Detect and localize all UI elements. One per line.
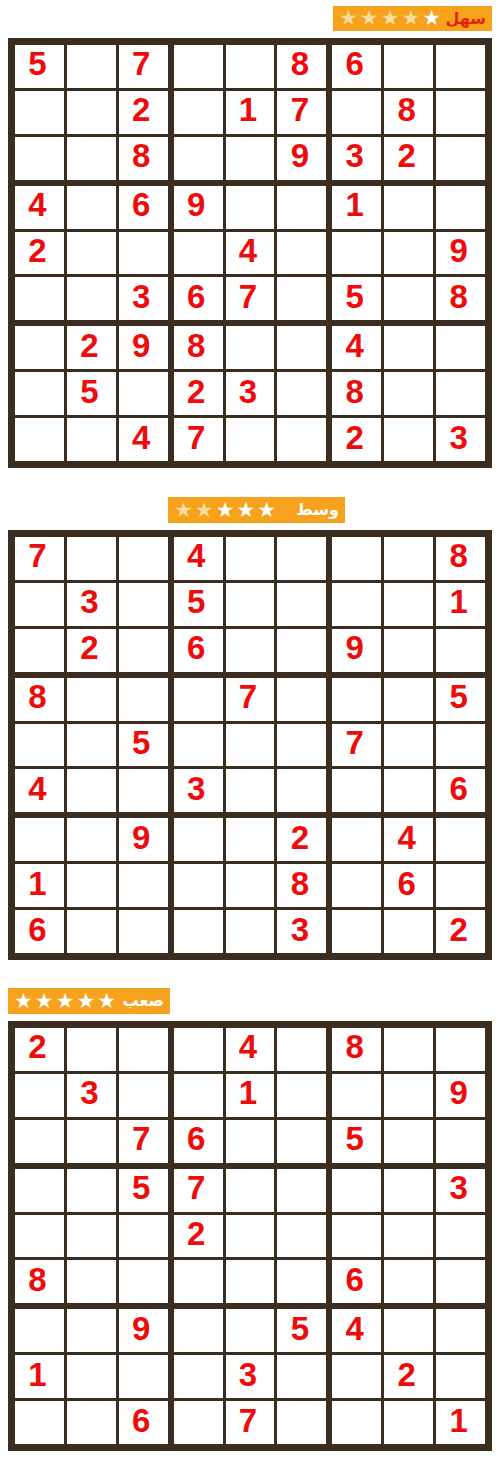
sudoku-box: 283: [174, 818, 327, 953]
cell-r7c1[interactable]: [15, 1309, 64, 1352]
difficulty-banner-easy: ★★★★★ سهل: [333, 6, 492, 31]
cell-r6c2[interactable]: [67, 769, 116, 812]
cell-r5c6[interactable]: [277, 1215, 326, 1258]
cell-r4c8[interactable]: [384, 678, 433, 721]
sudoku-box: 732: [15, 537, 168, 672]
cell-r6c4: 3: [174, 769, 223, 812]
sudoku-box: 895: [332, 1028, 485, 1163]
sudoku-box: 9467: [174, 186, 327, 321]
cell-r6c1: 8: [15, 1260, 64, 1303]
sudoku-box: 916: [15, 818, 168, 953]
cell-r8c2: 5: [67, 372, 116, 415]
cell-r2c3: 2: [119, 91, 168, 134]
cell-r7c1[interactable]: [15, 818, 64, 861]
sudoku-box: 8179: [174, 45, 327, 180]
cell-r5c9[interactable]: [436, 724, 485, 767]
cell-r4c9[interactable]: [436, 186, 485, 229]
cell-r6c8[interactable]: [384, 277, 433, 320]
cell-r1c2[interactable]: [67, 537, 116, 580]
cell-r8c3[interactable]: [119, 1355, 168, 1398]
star-filled-icon: ★: [14, 991, 33, 1012]
cell-r9c6: 3: [277, 910, 326, 953]
cell-r3c2: 2: [67, 629, 116, 672]
cell-r3c9[interactable]: [436, 629, 485, 672]
cell-r5c6[interactable]: [277, 232, 326, 275]
cell-r9c8[interactable]: [384, 1401, 433, 1444]
cell-r7c5[interactable]: [226, 1309, 275, 1352]
cell-r3c8: 2: [384, 137, 433, 180]
cell-r8c3[interactable]: [119, 864, 168, 907]
cell-r5c9: 9: [436, 232, 485, 275]
cell-r1c2[interactable]: [67, 1028, 116, 1071]
cell-r8c9[interactable]: [436, 1355, 485, 1398]
cell-r1c5[interactable]: [226, 45, 275, 88]
cell-r4c2[interactable]: [67, 1169, 116, 1212]
cell-r5c3: 5: [119, 724, 168, 767]
cell-r8c6[interactable]: [277, 372, 326, 415]
cell-r4c4: 9: [174, 186, 223, 229]
cell-r9c3[interactable]: [119, 910, 168, 953]
cell-r2c9[interactable]: [436, 91, 485, 134]
sudoku-box: 2954: [15, 326, 168, 461]
cell-r3c3: 7: [119, 1120, 168, 1163]
cell-r6c5: 7: [226, 277, 275, 320]
cell-r5c1: 2: [15, 232, 64, 275]
sudoku-box: 4623: [15, 186, 168, 321]
cell-r9c6[interactable]: [277, 1401, 326, 1444]
sudoku-box: 36: [332, 1169, 485, 1304]
star-filled-icon: ★: [422, 8, 441, 29]
cell-r7c6: 5: [277, 1309, 326, 1352]
cell-r5c1[interactable]: [15, 724, 64, 767]
sudoku-box: 854: [15, 678, 168, 813]
cell-r9c5[interactable]: [226, 418, 275, 461]
cell-r7c5[interactable]: [226, 326, 275, 369]
cell-r6c6[interactable]: [277, 769, 326, 812]
cell-r4c3: 5: [119, 1169, 168, 1212]
star-empty-icon: ★: [195, 500, 214, 521]
cell-r2c2: 3: [67, 583, 116, 626]
star-empty-icon: ★: [360, 8, 379, 29]
sudoku-box: 916: [15, 1309, 168, 1444]
cell-r2c7[interactable]: [332, 91, 381, 134]
cell-r1c3[interactable]: [119, 537, 168, 580]
cell-r1c9[interactable]: [436, 1028, 485, 1071]
cell-r1c8[interactable]: [384, 45, 433, 88]
cell-r4c5[interactable]: [226, 1169, 275, 1212]
cell-r4c6[interactable]: [277, 186, 326, 229]
sudoku-box: 73: [174, 678, 327, 813]
cell-r7c2: 2: [67, 326, 116, 369]
cell-r8c2[interactable]: [67, 864, 116, 907]
cell-r8c4[interactable]: [174, 1355, 223, 1398]
cell-r9c4[interactable]: [174, 910, 223, 953]
cell-r7c3: 9: [119, 326, 168, 369]
cell-r6c2[interactable]: [67, 277, 116, 320]
cell-r1c4[interactable]: [174, 1028, 223, 1071]
cell-r7c7: 4: [332, 1309, 381, 1352]
cell-r6c7: 6: [332, 1260, 381, 1303]
cell-r7c1[interactable]: [15, 326, 64, 369]
cell-r5c9[interactable]: [436, 1215, 485, 1258]
cell-r1c8[interactable]: [384, 1028, 433, 1071]
cell-r9c1: 6: [15, 910, 64, 953]
sudoku-board-medium: 73245681985473576916283462: [8, 530, 492, 960]
sudoku-box: 6832: [332, 45, 485, 180]
cell-r3c2[interactable]: [67, 137, 116, 180]
sudoku-box: 1958: [332, 186, 485, 321]
cell-r2c5: 1: [226, 1074, 275, 1117]
cell-r1c5[interactable]: [226, 537, 275, 580]
cell-r5c4[interactable]: [174, 724, 223, 767]
cell-r8c8[interactable]: [384, 372, 433, 415]
cell-r1c6: 8: [277, 45, 326, 88]
cell-r3c6[interactable]: [277, 629, 326, 672]
cell-r2c7[interactable]: [332, 583, 381, 626]
cell-r5c4: 2: [174, 1215, 223, 1258]
cell-r9c5: 7: [226, 1401, 275, 1444]
cell-r2c1[interactable]: [15, 91, 64, 134]
cell-r4c4[interactable]: [174, 678, 223, 721]
star-filled-icon: ★: [236, 500, 255, 521]
cell-r2c8: 8: [384, 91, 433, 134]
cell-r9c4: 7: [174, 418, 223, 461]
cell-r8c3[interactable]: [119, 372, 168, 415]
cell-r1c1: 2: [15, 1028, 64, 1071]
cell-r6c3: 3: [119, 277, 168, 320]
difficulty-stars-hard: ★★★★★: [14, 991, 116, 1012]
cell-r4c8[interactable]: [384, 186, 433, 229]
cell-r8c5: 3: [226, 1355, 275, 1398]
cell-r5c3[interactable]: [119, 1215, 168, 1258]
cell-r2c6[interactable]: [277, 1074, 326, 1117]
cell-r5c1[interactable]: [15, 1215, 64, 1258]
cell-r1c3[interactable]: [119, 1028, 168, 1071]
cell-r1c9: 8: [436, 537, 485, 580]
cell-r9c1[interactable]: [15, 418, 64, 461]
cell-r5c8[interactable]: [384, 232, 433, 275]
cell-r4c3: 6: [119, 186, 168, 229]
cell-r7c8[interactable]: [384, 1309, 433, 1352]
cell-r1c5: 4: [226, 1028, 275, 1071]
difficulty-stars-medium: ★★★★★: [174, 500, 276, 521]
cell-r6c8[interactable]: [384, 1260, 433, 1303]
cell-r3c9[interactable]: [436, 1120, 485, 1163]
cell-r1c8[interactable]: [384, 537, 433, 580]
cell-r8c7[interactable]: [332, 1355, 381, 1398]
cell-r7c3: 9: [119, 1309, 168, 1352]
cell-r7c4[interactable]: [174, 818, 223, 861]
cell-r3c5[interactable]: [226, 1120, 275, 1163]
cell-r5c7[interactable]: [332, 1215, 381, 1258]
star-empty-icon: ★: [174, 500, 193, 521]
sudoku-box: 72: [174, 1169, 327, 1304]
sudoku-box: 8237: [174, 326, 327, 461]
difficulty-stars-easy: ★★★★★: [339, 8, 441, 29]
cell-r3c1[interactable]: [15, 629, 64, 672]
cell-r4c7: 1: [332, 186, 381, 229]
cell-r7c7[interactable]: [332, 818, 381, 861]
cell-r8c8: 6: [384, 864, 433, 907]
cell-r7c4: 8: [174, 326, 223, 369]
cell-r3c1[interactable]: [15, 137, 64, 180]
cell-r5c8[interactable]: [384, 724, 433, 767]
difficulty-banner-medium: ★★★★★ وسط: [168, 497, 345, 523]
cell-r6c5[interactable]: [226, 1260, 275, 1303]
cell-r7c2[interactable]: [67, 818, 116, 861]
cell-r8c1[interactable]: [15, 372, 64, 415]
cell-r9c9: 1: [436, 1401, 485, 1444]
cell-r5c8[interactable]: [384, 1215, 433, 1258]
cell-r5c5[interactable]: [226, 724, 275, 767]
cell-r9c2[interactable]: [67, 1401, 116, 1444]
cell-r8c5: 3: [226, 372, 275, 415]
cell-r9c3: 4: [119, 418, 168, 461]
cell-r1c6[interactable]: [277, 1028, 326, 1071]
cell-r7c9[interactable]: [436, 1309, 485, 1352]
cell-r3c3: 8: [119, 137, 168, 180]
star-filled-icon: ★: [76, 991, 95, 1012]
cell-r2c5[interactable]: [226, 583, 275, 626]
cell-r8c9[interactable]: [436, 372, 485, 415]
cell-r2c3[interactable]: [119, 1074, 168, 1117]
cell-r1c4: 4: [174, 537, 223, 580]
cell-r6c5[interactable]: [226, 769, 275, 812]
cell-r8c9[interactable]: [436, 864, 485, 907]
cell-r2c1[interactable]: [15, 583, 64, 626]
cell-r5c2[interactable]: [67, 1215, 116, 1258]
sudoku-box: 537: [174, 1309, 327, 1444]
cell-r4c1: 4: [15, 186, 64, 229]
cell-r2c8[interactable]: [384, 583, 433, 626]
cell-r2c1[interactable]: [15, 1074, 64, 1117]
cell-r6c7: 5: [332, 277, 381, 320]
cell-r8c1: 1: [15, 864, 64, 907]
cell-r5c7[interactable]: [332, 232, 381, 275]
star-filled-icon: ★: [97, 991, 116, 1012]
cell-r1c7: 8: [332, 1028, 381, 1071]
cell-r4c4: 7: [174, 1169, 223, 1212]
star-empty-icon: ★: [339, 8, 358, 29]
cell-r4c9: 3: [436, 1169, 485, 1212]
cell-r7c6[interactable]: [277, 326, 326, 369]
cell-r3c7: 5: [332, 1120, 381, 1163]
cell-r4c9: 5: [436, 678, 485, 721]
cell-r3c2[interactable]: [67, 1120, 116, 1163]
star-filled-icon: ★: [257, 500, 276, 521]
sudoku-box: 819: [332, 537, 485, 672]
cell-r6c4: 6: [174, 277, 223, 320]
cell-r6c2[interactable]: [67, 1260, 116, 1303]
cell-r9c4[interactable]: [174, 1401, 223, 1444]
cell-r6c7[interactable]: [332, 769, 381, 812]
cell-r2c3[interactable]: [119, 583, 168, 626]
cell-r8c5[interactable]: [226, 864, 275, 907]
cell-r3c4[interactable]: [174, 137, 223, 180]
cell-r3c6[interactable]: [277, 1120, 326, 1163]
cell-r1c1: 7: [15, 537, 64, 580]
cell-r1c6[interactable]: [277, 537, 326, 580]
difficulty-banner-hard: ★★★★★ صعب: [8, 988, 170, 1014]
cell-r3c5[interactable]: [226, 629, 275, 672]
cell-r1c2[interactable]: [67, 45, 116, 88]
cell-r2c9: 1: [436, 583, 485, 626]
cell-r2c4: 5: [174, 583, 223, 626]
cell-r4c1[interactable]: [15, 1169, 64, 1212]
cell-r4c1: 8: [15, 678, 64, 721]
cell-r2c7[interactable]: [332, 1074, 381, 1117]
cell-r7c2[interactable]: [67, 1309, 116, 1352]
cell-r7c3: 9: [119, 818, 168, 861]
cell-r5c3[interactable]: [119, 232, 168, 275]
sudoku-box: 416: [174, 1028, 327, 1163]
cell-r8c4: 2: [174, 372, 223, 415]
cell-r2c2[interactable]: [67, 91, 116, 134]
sudoku-box: 5728: [15, 45, 168, 180]
cell-r8c6: 8: [277, 864, 326, 907]
cell-r3c8[interactable]: [384, 629, 433, 672]
cell-r1c9[interactable]: [436, 45, 485, 88]
cell-r6c9: 8: [436, 277, 485, 320]
cell-r8c2[interactable]: [67, 1355, 116, 1398]
cell-r4c2[interactable]: [67, 678, 116, 721]
cell-r9c3: 6: [119, 1401, 168, 1444]
cell-r2c4[interactable]: [174, 1074, 223, 1117]
cell-r5c6[interactable]: [277, 724, 326, 767]
cell-r8c4[interactable]: [174, 864, 223, 907]
cell-r2c6[interactable]: [277, 583, 326, 626]
sudoku-box: 456: [174, 537, 327, 672]
sudoku-box: 576: [332, 678, 485, 813]
cell-r5c4[interactable]: [174, 232, 223, 275]
cell-r6c1[interactable]: [15, 277, 64, 320]
cell-r9c9: 2: [436, 910, 485, 953]
cell-r7c4[interactable]: [174, 1309, 223, 1352]
cell-r7c9[interactable]: [436, 326, 485, 369]
star-filled-icon: ★: [56, 991, 75, 1012]
cell-r9c5[interactable]: [226, 910, 275, 953]
cell-r6c3[interactable]: [119, 769, 168, 812]
cell-r4c8[interactable]: [384, 1169, 433, 1212]
cell-r8c7[interactable]: [332, 864, 381, 907]
cell-r1c7[interactable]: [332, 537, 381, 580]
cell-r7c8[interactable]: [384, 326, 433, 369]
cell-r9c7: 2: [332, 418, 381, 461]
cell-r3c4: 6: [174, 1120, 223, 1163]
cell-r3c4: 6: [174, 629, 223, 672]
cell-r6c6[interactable]: [277, 277, 326, 320]
cell-r8c6[interactable]: [277, 1355, 326, 1398]
star-empty-icon: ★: [401, 8, 420, 29]
difficulty-label-medium: وسط: [296, 502, 339, 518]
cell-r9c2[interactable]: [67, 910, 116, 953]
sudoku-box: 58: [15, 1169, 168, 1304]
difficulty-label-easy: سهل: [445, 11, 486, 27]
cell-r3c7: 3: [332, 137, 381, 180]
cell-r2c6: 7: [277, 91, 326, 134]
cell-r4c6[interactable]: [277, 1169, 326, 1212]
cell-r9c7[interactable]: [332, 910, 381, 953]
star-empty-icon: ★: [381, 8, 400, 29]
sudoku-box: 4823: [332, 326, 485, 461]
cell-r9c1[interactable]: [15, 1401, 64, 1444]
cell-r5c5[interactable]: [226, 1215, 275, 1258]
cell-r4c5: 7: [226, 678, 275, 721]
cell-r6c6[interactable]: [277, 1260, 326, 1303]
cell-r9c8[interactable]: [384, 418, 433, 461]
cell-r1c1: 5: [15, 45, 64, 88]
cell-r2c4[interactable]: [174, 91, 223, 134]
cell-r2c9: 9: [436, 1074, 485, 1117]
cell-r4c3[interactable]: [119, 678, 168, 721]
cell-r3c5[interactable]: [226, 137, 275, 180]
sudoku-board-easy: 572881796832462394671958295482374823: [8, 38, 492, 468]
sudoku-box: 237: [15, 1028, 168, 1163]
cell-r4c6[interactable]: [277, 678, 326, 721]
cell-r4c2[interactable]: [67, 186, 116, 229]
cell-r6c4[interactable]: [174, 1260, 223, 1303]
cell-r1c7: 6: [332, 45, 381, 88]
cell-r9c6[interactable]: [277, 418, 326, 461]
cell-r7c7: 4: [332, 326, 381, 369]
cell-r4c5[interactable]: [226, 186, 275, 229]
sudoku-box: 421: [332, 1309, 485, 1444]
cell-r1c4[interactable]: [174, 45, 223, 88]
sudoku-box: 462: [332, 818, 485, 953]
difficulty-label-hard: صعب: [123, 993, 164, 1009]
cell-r7c5[interactable]: [226, 818, 275, 861]
cell-r5c2[interactable]: [67, 724, 116, 767]
cell-r2c2: 3: [67, 1074, 116, 1117]
cell-r6c8[interactable]: [384, 769, 433, 812]
cell-r3c1[interactable]: [15, 1120, 64, 1163]
star-filled-icon: ★: [35, 991, 54, 1012]
cell-r3c7: 9: [332, 629, 381, 672]
star-filled-icon: ★: [216, 500, 235, 521]
cell-r2c8[interactable]: [384, 1074, 433, 1117]
cell-r7c9[interactable]: [436, 818, 485, 861]
cell-r2c5: 1: [226, 91, 275, 134]
cell-r9c7[interactable]: [332, 1401, 381, 1444]
sudoku-board-hard: 237416895587236916537421: [8, 1021, 492, 1451]
cell-r5c5: 4: [226, 232, 275, 275]
cell-r6c9: 6: [436, 769, 485, 812]
cell-r9c9: 3: [436, 418, 485, 461]
cell-r6c1: 4: [15, 769, 64, 812]
cell-r9c2[interactable]: [67, 418, 116, 461]
cell-r3c8[interactable]: [384, 1120, 433, 1163]
cell-r3c3[interactable]: [119, 629, 168, 672]
cell-r3c9[interactable]: [436, 137, 485, 180]
cell-r1c3: 7: [119, 45, 168, 88]
cell-r8c7: 8: [332, 372, 381, 415]
cell-r5c2[interactable]: [67, 232, 116, 275]
cell-r6c3[interactable]: [119, 1260, 168, 1303]
cell-r5c7: 7: [332, 724, 381, 767]
cell-r6c9[interactable]: [436, 1260, 485, 1303]
cell-r8c1: 1: [15, 1355, 64, 1398]
cell-r3c6: 9: [277, 137, 326, 180]
cell-r7c8: 4: [384, 818, 433, 861]
cell-r7c6: 2: [277, 818, 326, 861]
cell-r8c8: 2: [384, 1355, 433, 1398]
cell-r4c7[interactable]: [332, 1169, 381, 1212]
cell-r9c8[interactable]: [384, 910, 433, 953]
cell-r4c7[interactable]: [332, 678, 381, 721]
